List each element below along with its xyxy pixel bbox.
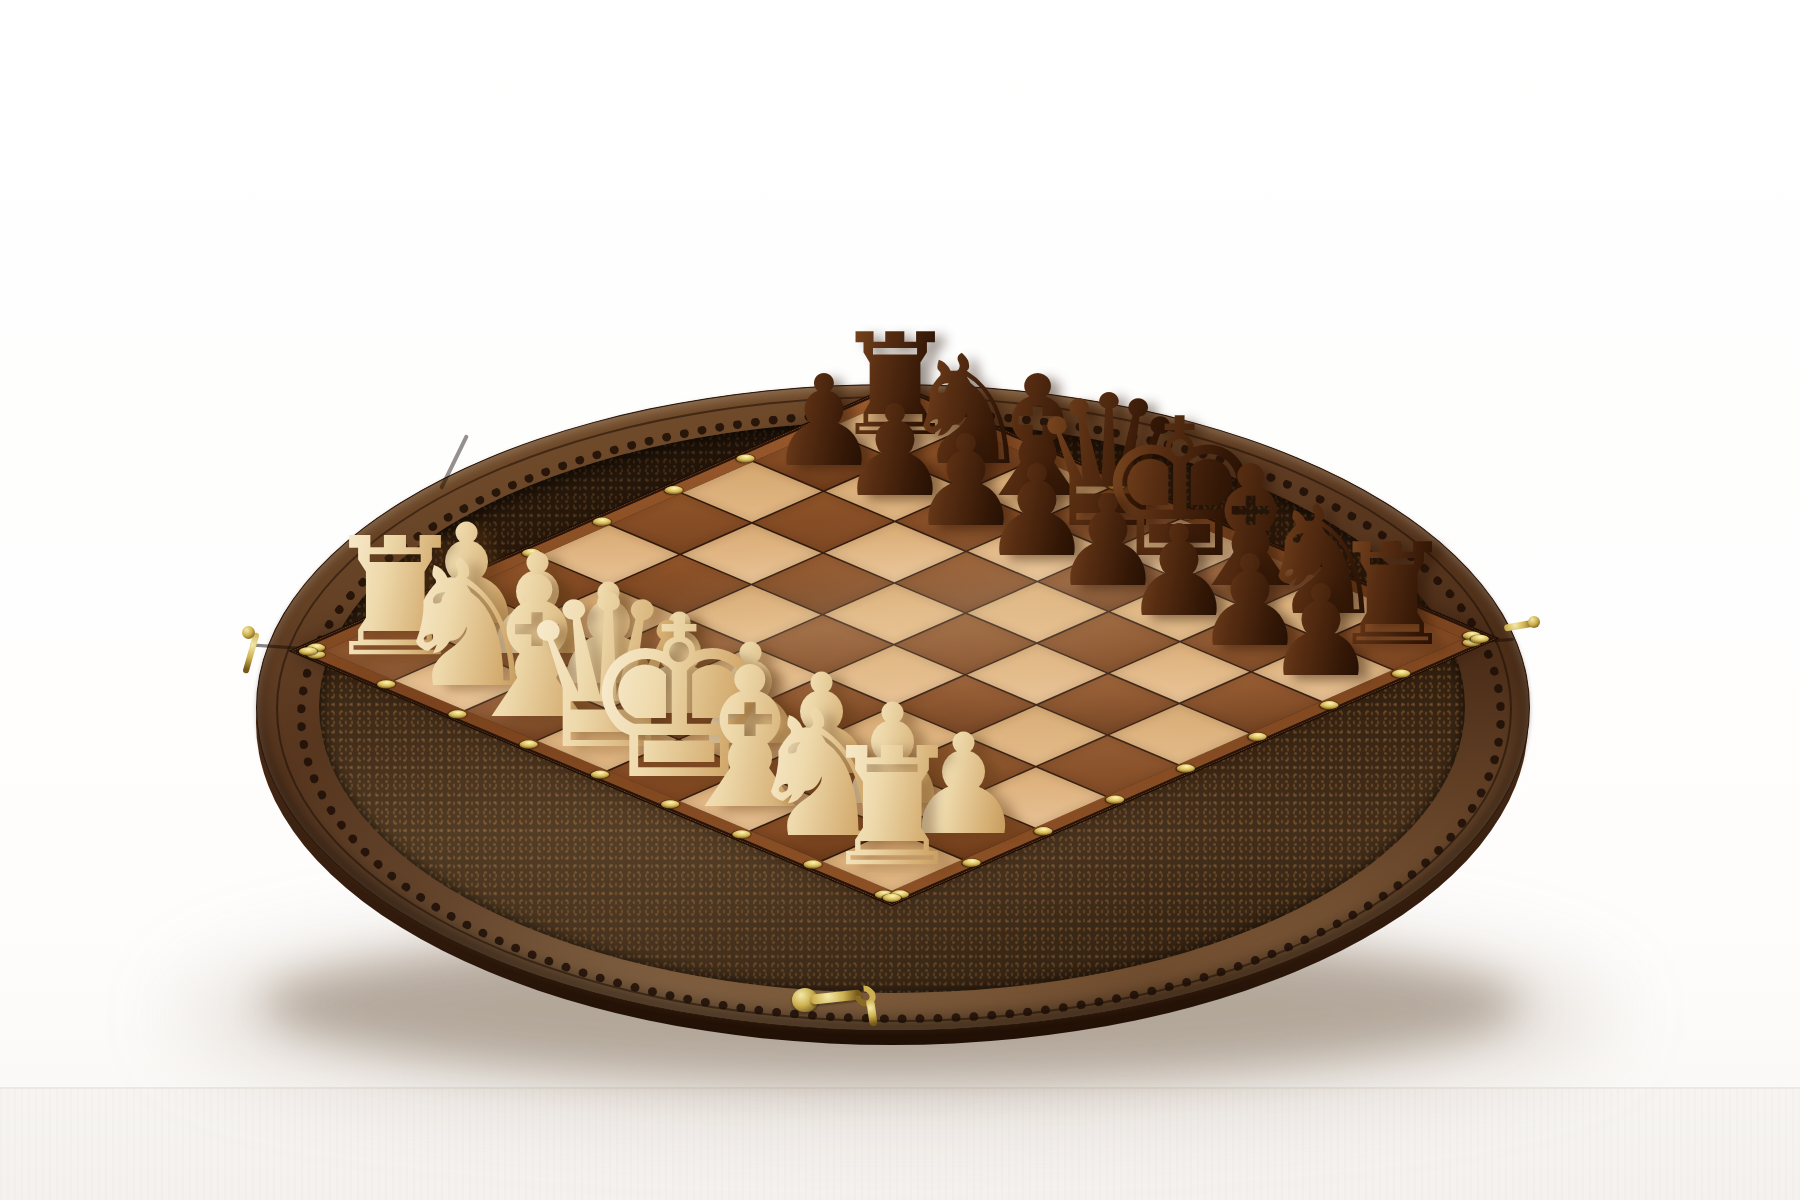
right-hinge-hook [1500,608,1540,644]
front-clasp [792,982,896,1036]
clasp-hook-icon [850,981,880,1010]
clasp-tail-icon [866,1000,878,1027]
left-hinge-hook [236,626,270,678]
right-hinge-knob-icon [1528,616,1540,628]
scene: ♜♞♝♛♚♝♞♜♟♟♟♟♟♟♟♟♟♟♟♟♟♟♟♟♜♞♝♛♚♝♞♜ [0,0,1800,1200]
left-hinge-knob-icon [242,626,255,639]
